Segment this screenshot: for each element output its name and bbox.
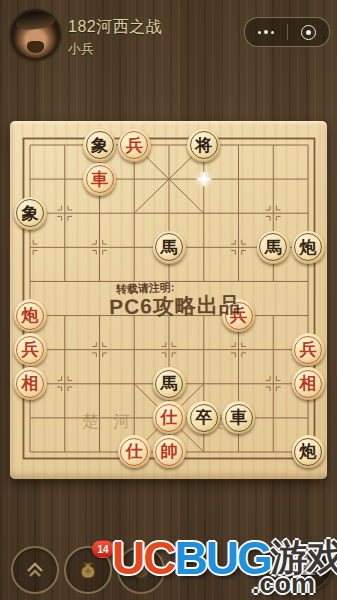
piece-red-車[interactable]: 車 xyxy=(83,163,116,196)
piece-black-炮[interactable]: 炮 xyxy=(292,231,325,264)
piece-character: 相 xyxy=(292,367,325,400)
piece-red-炮[interactable]: 炮 xyxy=(14,299,47,332)
piece-black-炮[interactable]: 炮 xyxy=(292,435,325,468)
river-label-left: 楚河 xyxy=(82,410,144,433)
piece-character: 相 xyxy=(14,367,47,400)
piece-red-兵[interactable]: 兵 xyxy=(118,129,151,162)
chevron-up-icon xyxy=(24,561,46,579)
piece-character: 車 xyxy=(222,401,255,434)
piece-black-象[interactable]: 象 xyxy=(83,129,116,162)
more-menu-button[interactable] xyxy=(245,18,287,46)
app-screen: 182河西之战 小兵 楚河 漢界 象兵将車象馬馬炮炮兵兵兵相馬相仕卒車仕帥炮 转… xyxy=(0,0,337,600)
logo-com: .com xyxy=(252,569,315,600)
logo-uc: UC xyxy=(112,532,174,584)
piece-character: 炮 xyxy=(14,299,47,332)
piece-character: 炮 xyxy=(292,231,325,264)
piece-character: 兵 xyxy=(14,333,47,366)
piece-character: 象 xyxy=(83,129,116,162)
piece-character: 仕 xyxy=(118,435,151,468)
dots-icon xyxy=(264,30,268,34)
piece-black-馬[interactable]: 馬 xyxy=(257,231,290,264)
piece-red-帥[interactable]: 帥 xyxy=(153,435,186,468)
piece-black-馬[interactable]: 馬 xyxy=(153,231,186,264)
piece-character: 兵 xyxy=(292,333,325,366)
piece-character: 馬 xyxy=(153,367,186,400)
piece-character: 馬 xyxy=(153,231,186,264)
piece-character: 卒 xyxy=(187,401,220,434)
target-icon xyxy=(301,25,316,40)
watermark-brand: PC6攻略出品 xyxy=(109,291,241,321)
piece-red-相[interactable]: 相 xyxy=(14,367,47,400)
expand-menu-button[interactable] xyxy=(11,546,59,594)
dots-icon xyxy=(258,31,261,34)
close-miniprogram-button[interactable] xyxy=(288,18,330,46)
app-name-label: 小兵 xyxy=(68,40,94,58)
player-avatar[interactable] xyxy=(10,9,61,60)
piece-black-車[interactable]: 車 xyxy=(222,401,255,434)
piece-black-将[interactable]: 将 xyxy=(187,129,220,162)
piece-red-相[interactable]: 相 xyxy=(292,367,325,400)
money-bag-icon xyxy=(75,557,101,583)
piece-character: 炮 xyxy=(292,435,325,468)
piece-red-仕[interactable]: 仕 xyxy=(118,435,151,468)
piece-character: 兵 xyxy=(118,129,151,162)
piece-red-兵[interactable]: 兵 xyxy=(14,333,47,366)
piece-black-卒[interactable]: 卒 xyxy=(187,401,220,434)
last-move-sparkle xyxy=(194,169,214,189)
piece-character: 将 xyxy=(187,129,220,162)
piece-character: 象 xyxy=(14,197,47,230)
piece-character: 車 xyxy=(83,163,116,196)
level-title: 182河西之战 xyxy=(68,17,162,38)
piece-red-仕[interactable]: 仕 xyxy=(153,401,186,434)
piece-character: 仕 xyxy=(153,401,186,434)
piece-black-馬[interactable]: 馬 xyxy=(153,367,186,400)
piece-red-兵[interactable]: 兵 xyxy=(292,333,325,366)
bag-count-badge: 14 xyxy=(92,540,114,558)
wechat-capsule xyxy=(244,17,330,47)
dots-icon xyxy=(271,31,274,34)
piece-character: 帥 xyxy=(153,435,186,468)
piece-character: 馬 xyxy=(257,231,290,264)
piece-black-象[interactable]: 象 xyxy=(14,197,47,230)
